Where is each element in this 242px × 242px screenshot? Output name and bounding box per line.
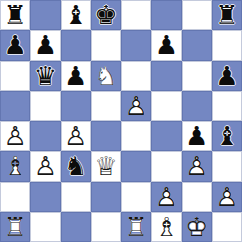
white-king[interactable]: ♚♔ [182, 212, 212, 242]
square-c5[interactable] [61, 91, 91, 121]
square-c1[interactable] [61, 212, 91, 242]
white-rook[interactable]: ♜♖ [0, 212, 30, 242]
square-h7[interactable] [212, 30, 242, 60]
black-pawn[interactable]: ♟ [182, 121, 212, 151]
square-b4[interactable] [30, 121, 60, 151]
square-e6[interactable] [121, 61, 151, 91]
black-pawn[interactable]: ♟ [212, 61, 242, 91]
square-f2[interactable]: ♟♙ [151, 182, 181, 212]
white-pawn[interactable]: ♟♙ [182, 151, 212, 181]
white-pawn-outline: ♙ [182, 151, 212, 181]
square-g2[interactable] [182, 182, 212, 212]
black-pawn-glyph: ♟ [61, 61, 91, 91]
square-c7[interactable] [61, 30, 91, 60]
white-pawn[interactable]: ♟♙ [0, 121, 30, 151]
square-c4[interactable]: ♟♙ [61, 121, 91, 151]
square-e5[interactable]: ♟♙ [121, 91, 151, 121]
square-c6[interactable]: ♟ [61, 61, 91, 91]
black-pawn[interactable]: ♟ [30, 30, 60, 60]
black-pawn-glyph: ♟ [182, 121, 212, 151]
square-b6[interactable]: ♛ [30, 61, 60, 91]
white-pawn[interactable]: ♟♙ [30, 151, 60, 181]
square-a8[interactable]: ♜ [0, 0, 30, 30]
square-d4[interactable] [91, 121, 121, 151]
black-pawn-glyph: ♟ [0, 30, 30, 60]
white-bishop-outline: ♗ [0, 151, 30, 181]
square-f7[interactable]: ♟ [151, 30, 181, 60]
square-g3[interactable]: ♟♙ [182, 151, 212, 181]
square-d3[interactable]: ♛♕ [91, 151, 121, 181]
square-h4[interactable]: ♝ [212, 121, 242, 151]
square-b2[interactable] [30, 182, 60, 212]
square-c2[interactable] [61, 182, 91, 212]
white-rook-outline: ♖ [121, 212, 151, 242]
black-rook[interactable]: ♜ [212, 0, 242, 30]
square-f3[interactable] [151, 151, 181, 181]
square-e8[interactable] [121, 0, 151, 30]
square-a5[interactable] [0, 91, 30, 121]
white-rook-outline: ♖ [0, 212, 30, 242]
white-pawn[interactable]: ♟♙ [212, 182, 242, 212]
white-pawn[interactable]: ♟♙ [121, 91, 151, 121]
black-rook-glyph: ♜ [0, 0, 30, 30]
white-rook[interactable]: ♜♖ [121, 212, 151, 242]
black-queen[interactable]: ♛ [30, 61, 60, 91]
square-d8[interactable]: ♚ [91, 0, 121, 30]
white-queen[interactable]: ♛♕ [91, 151, 121, 181]
square-d5[interactable] [91, 91, 121, 121]
square-d7[interactable] [91, 30, 121, 60]
square-e7[interactable] [121, 30, 151, 60]
square-b3[interactable]: ♟♙ [30, 151, 60, 181]
square-e1[interactable]: ♜♖ [121, 212, 151, 242]
black-bishop-glyph: ♝ [212, 121, 242, 151]
square-b1[interactable] [30, 212, 60, 242]
square-f8[interactable] [151, 0, 181, 30]
square-h1[interactable] [212, 212, 242, 242]
square-h6[interactable]: ♟ [212, 61, 242, 91]
black-pawn[interactable]: ♟ [0, 30, 30, 60]
black-knight[interactable]: ♞ [61, 151, 91, 181]
square-f5[interactable] [151, 91, 181, 121]
black-king[interactable]: ♚ [91, 0, 121, 30]
square-h2[interactable]: ♟♙ [212, 182, 242, 212]
white-pawn-outline: ♙ [212, 182, 242, 212]
square-h5[interactable] [212, 91, 242, 121]
square-g1[interactable]: ♚♔ [182, 212, 212, 242]
square-c8[interactable]: ♝ [61, 0, 91, 30]
black-pawn-glyph: ♟ [212, 61, 242, 91]
square-h3[interactable] [212, 151, 242, 181]
square-e4[interactable] [121, 121, 151, 151]
white-pawn[interactable]: ♟♙ [61, 121, 91, 151]
square-h8[interactable]: ♜ [212, 0, 242, 30]
black-pawn[interactable]: ♟ [61, 61, 91, 91]
square-d2[interactable] [91, 182, 121, 212]
black-bishop-glyph: ♝ [61, 0, 91, 30]
white-pawn[interactable]: ♟♙ [151, 182, 181, 212]
square-a2[interactable] [0, 182, 30, 212]
white-pawn-outline: ♙ [61, 121, 91, 151]
white-knight-outline: ♘ [91, 61, 121, 91]
square-b7[interactable]: ♟ [30, 30, 60, 60]
square-a7[interactable]: ♟ [0, 30, 30, 60]
square-g4[interactable]: ♟ [182, 121, 212, 151]
white-bishop[interactable]: ♝♗ [151, 212, 181, 242]
black-pawn[interactable]: ♟ [151, 30, 181, 60]
square-a6[interactable] [0, 61, 30, 91]
black-rook[interactable]: ♜ [0, 0, 30, 30]
square-g6[interactable] [182, 61, 212, 91]
black-knight-glyph: ♞ [61, 151, 91, 181]
black-rook-glyph: ♜ [212, 0, 242, 30]
square-g5[interactable] [182, 91, 212, 121]
square-f4[interactable] [151, 121, 181, 151]
white-pawn-outline: ♙ [0, 121, 30, 151]
white-bishop[interactable]: ♝♗ [0, 151, 30, 181]
black-bishop[interactable]: ♝ [212, 121, 242, 151]
square-b5[interactable] [30, 91, 60, 121]
square-a1[interactable]: ♜♖ [0, 212, 30, 242]
chess-board: ♜♝♚♜♟♟♟♛♟♞♘♟♟♙♟♙♟♙♟♝♝♗♟♙♞♛♕♟♙♟♙♟♙♜♖♜♖♝♗♚… [0, 0, 242, 242]
square-a3[interactable]: ♝♗ [0, 151, 30, 181]
black-pawn-glyph: ♟ [151, 30, 181, 60]
square-f6[interactable] [151, 61, 181, 91]
white-pawn-outline: ♙ [151, 182, 181, 212]
square-e2[interactable] [121, 182, 151, 212]
white-pawn-outline: ♙ [30, 151, 60, 181]
white-knight[interactable]: ♞♘ [91, 61, 121, 91]
square-d6[interactable]: ♞♘ [91, 61, 121, 91]
square-g8[interactable] [182, 0, 212, 30]
white-pawn-outline: ♙ [121, 91, 151, 121]
square-a4[interactable]: ♟♙ [0, 121, 30, 151]
square-c3[interactable]: ♞ [61, 151, 91, 181]
white-queen-outline: ♕ [91, 151, 121, 181]
square-g7[interactable] [182, 30, 212, 60]
white-king-outline: ♔ [182, 212, 212, 242]
black-pawn-glyph: ♟ [30, 30, 60, 60]
white-bishop-outline: ♗ [151, 212, 181, 242]
square-f1[interactable]: ♝♗ [151, 212, 181, 242]
square-d1[interactable] [91, 212, 121, 242]
square-e3[interactable] [121, 151, 151, 181]
black-bishop[interactable]: ♝ [61, 0, 91, 30]
square-b8[interactable] [30, 0, 60, 30]
black-queen-glyph: ♛ [30, 61, 60, 91]
black-king-glyph: ♚ [91, 0, 121, 30]
